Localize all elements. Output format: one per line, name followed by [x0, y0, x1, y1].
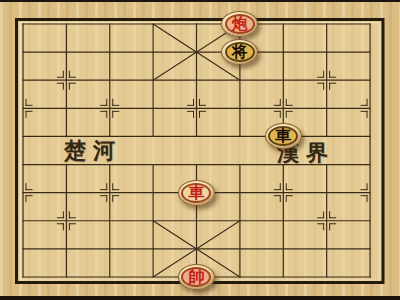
- piece-black-general[interactable]: 将: [221, 39, 258, 65]
- xiangqi-screen: 楚河 漢界 炮将車車帥: [0, 0, 400, 300]
- piece-glyph: 炮: [225, 14, 255, 34]
- piece-glyph: 車: [181, 183, 211, 203]
- piece-glyph: 将: [225, 42, 255, 62]
- letterbox-bottom: [0, 296, 400, 300]
- piece-glyph: 車: [268, 126, 298, 146]
- piece-red-cannon[interactable]: 炮: [221, 11, 258, 37]
- board-grid[interactable]: 炮将車車帥: [1, 10, 391, 291]
- piece-red-chariot[interactable]: 車: [178, 180, 215, 206]
- piece-black-chariot[interactable]: 車: [265, 123, 302, 149]
- letterbox-top: [0, 0, 400, 2]
- piece-glyph: 帥: [181, 267, 211, 287]
- piece-red-general[interactable]: 帥: [178, 264, 215, 290]
